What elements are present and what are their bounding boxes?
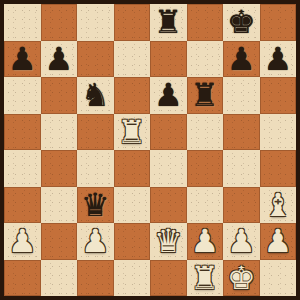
piece-wP-a2[interactable]: ♟ [8,225,37,257]
piece-bR-e8[interactable]: ♜ [154,6,183,38]
square-b8[interactable] [41,4,78,41]
square-g3[interactable] [223,187,260,224]
square-a3[interactable] [4,187,41,224]
square-d5[interactable]: ♜ [114,114,151,151]
piece-wR-f1[interactable]: ♜ [190,262,219,294]
piece-wP-g2[interactable]: ♟ [227,225,256,257]
piece-wP-f2[interactable]: ♟ [190,225,219,257]
square-d6[interactable] [114,77,151,114]
square-f8[interactable] [187,4,224,41]
square-e8[interactable]: ♜ [150,4,187,41]
square-g7[interactable]: ♟ [223,41,260,78]
square-b3[interactable] [41,187,78,224]
square-d2[interactable] [114,223,151,260]
square-a8[interactable] [4,4,41,41]
square-a2[interactable]: ♟ [4,223,41,260]
piece-wB-h3[interactable]: ♝ [263,189,292,221]
square-h1[interactable] [260,260,297,297]
piece-wP-h2[interactable]: ♟ [263,225,292,257]
square-f6[interactable]: ♜ [187,77,224,114]
chess-board: ♜♚♟♟♟♟♞♟♜♜♛♝♟♟♛♟♟♟♜♚ [4,4,296,296]
piece-wP-c2[interactable]: ♟ [81,225,110,257]
square-g8[interactable]: ♚ [223,4,260,41]
square-d1[interactable] [114,260,151,297]
square-c1[interactable] [77,260,114,297]
square-g1[interactable]: ♚ [223,260,260,297]
square-b7[interactable]: ♟ [41,41,78,78]
square-f5[interactable] [187,114,224,151]
square-a1[interactable] [4,260,41,297]
piece-bQ-c3[interactable]: ♛ [81,189,110,221]
square-a6[interactable] [4,77,41,114]
square-h7[interactable]: ♟ [260,41,297,78]
piece-bK-g8[interactable]: ♚ [227,6,256,38]
square-d4[interactable] [114,150,151,187]
square-c2[interactable]: ♟ [77,223,114,260]
square-c5[interactable] [77,114,114,151]
square-h8[interactable] [260,4,297,41]
piece-bP-e6[interactable]: ♟ [154,79,183,111]
piece-bP-g7[interactable]: ♟ [227,43,256,75]
piece-wK-g1[interactable]: ♚ [227,262,256,294]
square-d8[interactable] [114,4,151,41]
piece-bP-b7[interactable]: ♟ [44,43,73,75]
square-b5[interactable] [41,114,78,151]
piece-bP-a7[interactable]: ♟ [8,43,37,75]
square-f2[interactable]: ♟ [187,223,224,260]
piece-bR-f6[interactable]: ♜ [190,79,219,111]
square-h4[interactable] [260,150,297,187]
square-e1[interactable] [150,260,187,297]
square-e6[interactable]: ♟ [150,77,187,114]
square-g4[interactable] [223,150,260,187]
square-c4[interactable] [77,150,114,187]
square-c3[interactable]: ♛ [77,187,114,224]
square-g5[interactable] [223,114,260,151]
square-b2[interactable] [41,223,78,260]
square-e5[interactable] [150,114,187,151]
square-f1[interactable]: ♜ [187,260,224,297]
square-b4[interactable] [41,150,78,187]
piece-wR-d5[interactable]: ♜ [117,116,146,148]
square-c7[interactable] [77,41,114,78]
square-b1[interactable] [41,260,78,297]
square-f4[interactable] [187,150,224,187]
square-f7[interactable] [187,41,224,78]
square-f3[interactable] [187,187,224,224]
chess-board-frame: ♜♚♟♟♟♟♞♟♜♜♛♝♟♟♛♟♟♟♜♚ [0,0,300,300]
piece-bN-c6[interactable]: ♞ [81,79,110,111]
square-a7[interactable]: ♟ [4,41,41,78]
square-h6[interactable] [260,77,297,114]
square-c8[interactable] [77,4,114,41]
square-d3[interactable] [114,187,151,224]
piece-bP-h7[interactable]: ♟ [263,43,292,75]
square-e3[interactable] [150,187,187,224]
square-g6[interactable] [223,77,260,114]
piece-wQ-e2[interactable]: ♛ [154,225,183,257]
square-g2[interactable]: ♟ [223,223,260,260]
square-h2[interactable]: ♟ [260,223,297,260]
square-c6[interactable]: ♞ [77,77,114,114]
square-d7[interactable] [114,41,151,78]
square-h3[interactable]: ♝ [260,187,297,224]
square-e7[interactable] [150,41,187,78]
square-b6[interactable] [41,77,78,114]
square-h5[interactable] [260,114,297,151]
square-a5[interactable] [4,114,41,151]
square-e4[interactable] [150,150,187,187]
square-e2[interactable]: ♛ [150,223,187,260]
square-a4[interactable] [4,150,41,187]
